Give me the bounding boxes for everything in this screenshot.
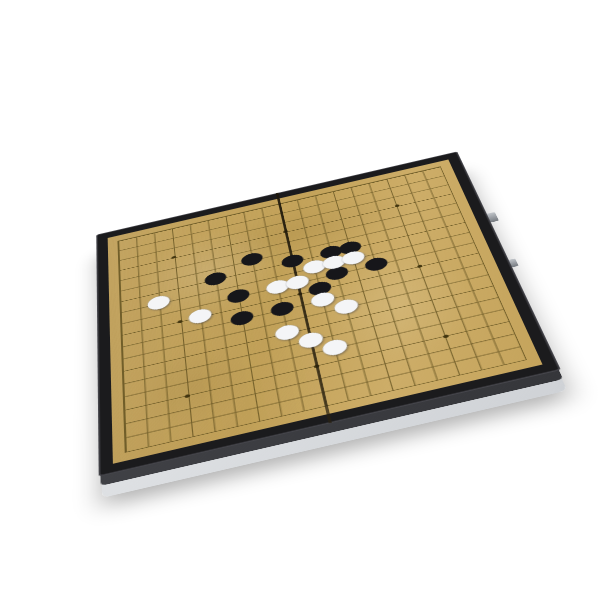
stone-white: ● xyxy=(319,334,351,359)
stone-black: ● xyxy=(224,284,252,306)
product-photo: ●●●●●●●●●●●●●●●●●●●●●●● xyxy=(0,0,600,600)
go-board: ●●●●●●●●●●●●●●●●●●●●●●● xyxy=(96,151,561,476)
stone-white: ● xyxy=(186,304,214,327)
stone-black: ● xyxy=(267,297,296,320)
star-point xyxy=(172,256,177,259)
star-point xyxy=(394,204,399,207)
stone-black: ● xyxy=(238,248,265,269)
star-point xyxy=(442,334,448,338)
board-stage: ●●●●●●●●●●●●●●●●●●●●●●● xyxy=(92,86,508,502)
stone-black: ● xyxy=(227,306,256,329)
board-tilt: ●●●●●●●●●●●●●●●●●●●●●●● xyxy=(51,45,550,544)
board-surface: ●●●●●●●●●●●●●●●●●●●●●●● xyxy=(108,159,543,463)
star-point xyxy=(178,320,183,324)
stone-white: ● xyxy=(145,291,171,313)
star-point xyxy=(417,265,423,269)
stone-black: ● xyxy=(202,267,229,288)
star-point xyxy=(185,394,191,398)
